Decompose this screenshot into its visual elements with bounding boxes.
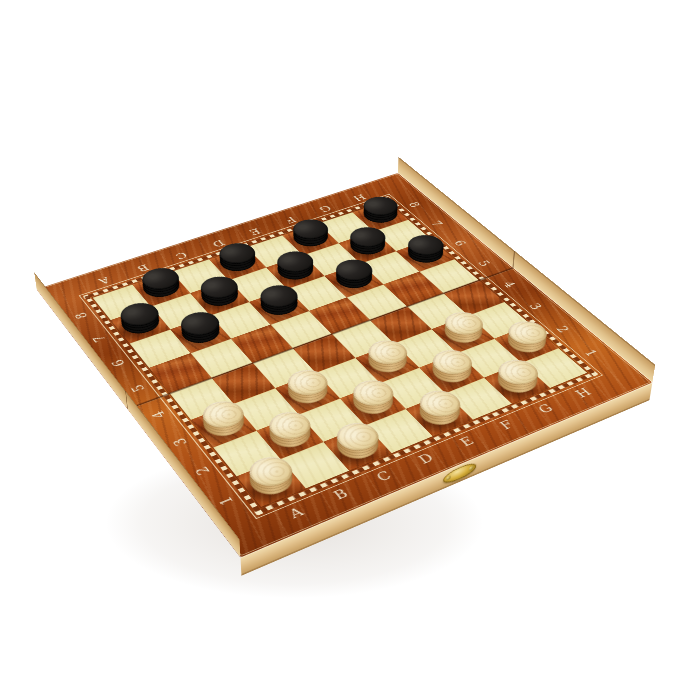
hinge-notch-right bbox=[512, 250, 515, 268]
board-frame: AABBCCDDEEFFGGHH8877665544332211 bbox=[37, 173, 653, 557]
checkers-board: AABBCCDDEEFFGGHH8877665544332211 bbox=[37, 173, 653, 557]
photo-canvas: AABBCCDDEEFFGGHH8877665544332211 bbox=[0, 0, 700, 700]
scene: AABBCCDDEEFFGGHH8877665544332211 bbox=[0, 0, 700, 700]
